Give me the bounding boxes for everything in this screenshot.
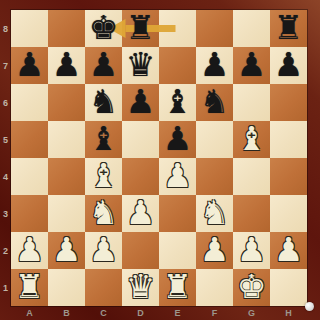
square-f1[interactable] bbox=[196, 269, 233, 306]
square-b6[interactable] bbox=[48, 84, 85, 121]
square-g3[interactable] bbox=[233, 195, 270, 232]
square-a8[interactable] bbox=[11, 10, 48, 47]
square-h5[interactable] bbox=[270, 121, 307, 158]
black-pawn[interactable]: ♟ bbox=[163, 122, 193, 155]
square-f5[interactable] bbox=[196, 121, 233, 158]
square-f4[interactable] bbox=[196, 158, 233, 195]
square-f7[interactable]: ♟ bbox=[196, 47, 233, 84]
rank-labels: 87654321 bbox=[0, 10, 11, 306]
black-pawn[interactable]: ♟ bbox=[200, 48, 230, 81]
white-rook[interactable]: ♜ bbox=[15, 270, 45, 303]
square-a4[interactable] bbox=[11, 158, 48, 195]
black-queen[interactable]: ♛ bbox=[126, 48, 156, 81]
square-g2[interactable]: ♟ bbox=[233, 232, 270, 269]
file-label-h: H bbox=[270, 305, 307, 320]
square-g1[interactable]: ♚ bbox=[233, 269, 270, 306]
black-pawn[interactable]: ♟ bbox=[237, 48, 267, 81]
white-bishop[interactable]: ♝ bbox=[89, 159, 119, 192]
white-pawn[interactable]: ♟ bbox=[126, 196, 156, 229]
square-h1[interactable] bbox=[270, 269, 307, 306]
rank-label-6: 6 bbox=[0, 84, 11, 121]
square-a1[interactable]: ♜ bbox=[11, 269, 48, 306]
square-d6[interactable]: ♟ bbox=[122, 84, 159, 121]
square-f8[interactable] bbox=[196, 10, 233, 47]
square-c5[interactable]: ♝ bbox=[85, 121, 122, 158]
square-e7[interactable] bbox=[159, 47, 196, 84]
black-knight[interactable]: ♞ bbox=[89, 85, 119, 118]
chess-board: ♚♜♜♟♟♟♛♟♟♟♞♟♝♞♝♟♝♝♟♞♟♞♟♟♟♟♟♟♜♛♜♚ bbox=[11, 10, 307, 306]
white-pawn[interactable]: ♟ bbox=[237, 233, 267, 266]
square-c3[interactable]: ♞ bbox=[85, 195, 122, 232]
file-labels: ABCDEFGH bbox=[11, 305, 307, 320]
chess-app: 87654321 ABCDEFGH ♚♜♜♟♟♟♛♟♟♟♞♟♝♞♝♟♝♝♟♞♟♞… bbox=[0, 0, 320, 320]
rank-label-5: 5 bbox=[0, 121, 11, 158]
square-c2[interactable]: ♟ bbox=[85, 232, 122, 269]
black-pawn[interactable]: ♟ bbox=[52, 48, 82, 81]
square-a5[interactable] bbox=[11, 121, 48, 158]
black-pawn[interactable]: ♟ bbox=[89, 48, 119, 81]
square-c6[interactable]: ♞ bbox=[85, 84, 122, 121]
rank-label-2: 2 bbox=[0, 232, 11, 269]
square-b4[interactable] bbox=[48, 158, 85, 195]
black-pawn[interactable]: ♟ bbox=[15, 48, 45, 81]
rank-label-3: 3 bbox=[0, 195, 11, 232]
white-rook[interactable]: ♜ bbox=[163, 270, 193, 303]
black-pawn[interactable]: ♟ bbox=[274, 48, 304, 81]
square-e2[interactable] bbox=[159, 232, 196, 269]
square-b5[interactable] bbox=[48, 121, 85, 158]
square-b3[interactable] bbox=[48, 195, 85, 232]
square-h4[interactable] bbox=[270, 158, 307, 195]
black-bishop[interactable]: ♝ bbox=[163, 85, 193, 118]
square-c1[interactable] bbox=[85, 269, 122, 306]
white-king[interactable]: ♚ bbox=[237, 270, 267, 303]
square-a2[interactable]: ♟ bbox=[11, 232, 48, 269]
square-d7[interactable]: ♛ bbox=[122, 47, 159, 84]
white-pawn[interactable]: ♟ bbox=[200, 233, 230, 266]
square-h8[interactable]: ♜ bbox=[270, 10, 307, 47]
square-b8[interactable] bbox=[48, 10, 85, 47]
square-d8[interactable]: ♜ bbox=[122, 10, 159, 47]
square-a3[interactable] bbox=[11, 195, 48, 232]
rank-label-4: 4 bbox=[0, 158, 11, 195]
black-king[interactable]: ♚ bbox=[89, 11, 119, 44]
square-g8[interactable] bbox=[233, 10, 270, 47]
square-a7[interactable]: ♟ bbox=[11, 47, 48, 84]
square-g6[interactable] bbox=[233, 84, 270, 121]
square-b1[interactable] bbox=[48, 269, 85, 306]
square-f6[interactable]: ♞ bbox=[196, 84, 233, 121]
square-h2[interactable]: ♟ bbox=[270, 232, 307, 269]
white-queen[interactable]: ♛ bbox=[126, 270, 156, 303]
rank-label-7: 7 bbox=[0, 47, 11, 84]
white-pawn[interactable]: ♟ bbox=[274, 233, 304, 266]
black-knight[interactable]: ♞ bbox=[200, 85, 230, 118]
square-f3[interactable]: ♞ bbox=[196, 195, 233, 232]
rank-label-1: 1 bbox=[0, 269, 11, 306]
rank-label-8: 8 bbox=[0, 10, 11, 47]
white-to-move-indicator bbox=[305, 302, 314, 311]
square-g4[interactable] bbox=[233, 158, 270, 195]
file-label-c: C bbox=[85, 305, 122, 320]
square-h7[interactable]: ♟ bbox=[270, 47, 307, 84]
file-label-b: B bbox=[48, 305, 85, 320]
square-e6[interactable]: ♝ bbox=[159, 84, 196, 121]
white-pawn[interactable]: ♟ bbox=[89, 233, 119, 266]
square-d2[interactable] bbox=[122, 232, 159, 269]
white-bishop[interactable]: ♝ bbox=[237, 122, 267, 155]
file-label-e: E bbox=[159, 305, 196, 320]
square-b2[interactable]: ♟ bbox=[48, 232, 85, 269]
square-e4[interactable]: ♟ bbox=[159, 158, 196, 195]
square-d5[interactable] bbox=[122, 121, 159, 158]
black-rook[interactable]: ♜ bbox=[126, 11, 156, 44]
square-h6[interactable] bbox=[270, 84, 307, 121]
square-d3[interactable]: ♟ bbox=[122, 195, 159, 232]
file-label-f: F bbox=[196, 305, 233, 320]
file-label-d: D bbox=[122, 305, 159, 320]
square-g5[interactable]: ♝ bbox=[233, 121, 270, 158]
file-label-a: A bbox=[11, 305, 48, 320]
white-pawn[interactable]: ♟ bbox=[163, 159, 193, 192]
square-e3[interactable] bbox=[159, 195, 196, 232]
square-a6[interactable] bbox=[11, 84, 48, 121]
black-pawn[interactable]: ♟ bbox=[126, 85, 156, 118]
square-g7[interactable]: ♟ bbox=[233, 47, 270, 84]
square-c7[interactable]: ♟ bbox=[85, 47, 122, 84]
white-pawn[interactable]: ♟ bbox=[15, 233, 45, 266]
black-rook[interactable]: ♜ bbox=[274, 11, 304, 44]
square-f2[interactable]: ♟ bbox=[196, 232, 233, 269]
square-b7[interactable]: ♟ bbox=[48, 47, 85, 84]
square-h3[interactable] bbox=[270, 195, 307, 232]
square-d4[interactable] bbox=[122, 158, 159, 195]
square-e5[interactable]: ♟ bbox=[159, 121, 196, 158]
file-label-g: G bbox=[233, 305, 270, 320]
square-e1[interactable]: ♜ bbox=[159, 269, 196, 306]
square-c4[interactable]: ♝ bbox=[85, 158, 122, 195]
white-pawn[interactable]: ♟ bbox=[52, 233, 82, 266]
black-bishop[interactable]: ♝ bbox=[89, 122, 119, 155]
white-knight[interactable]: ♞ bbox=[89, 196, 119, 229]
white-knight[interactable]: ♞ bbox=[200, 196, 230, 229]
square-e8[interactable] bbox=[159, 10, 196, 47]
square-c8[interactable]: ♚ bbox=[85, 10, 122, 47]
square-d1[interactable]: ♛ bbox=[122, 269, 159, 306]
